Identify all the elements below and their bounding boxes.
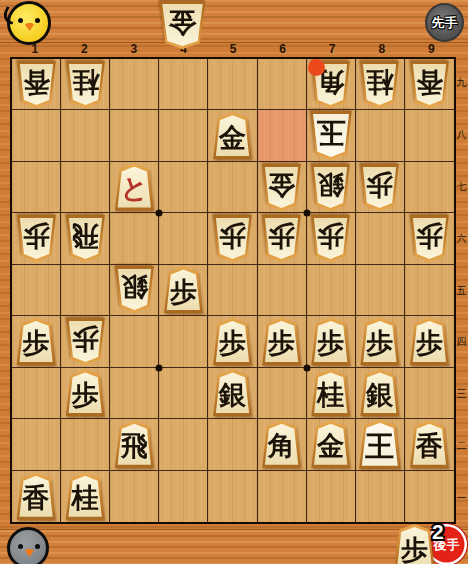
piece-glyph: と	[120, 176, 148, 203]
piece-glyph: 玉	[316, 119, 345, 148]
piece-glyph: 歩	[23, 330, 50, 357]
square-4三[interactable]	[159, 368, 208, 419]
rank-label: 二	[455, 420, 468, 472]
square-9七[interactable]	[405, 162, 454, 213]
piece-glyph: 歩	[219, 223, 246, 250]
sente-badge: 先手	[425, 3, 464, 42]
chick-beak-icon	[25, 549, 34, 557]
square-1九[interactable]: 香	[12, 59, 61, 110]
square-5九[interactable]	[208, 59, 257, 110]
gote-piece-銀[interactable]: 銀	[211, 369, 254, 416]
square-2八[interactable]	[61, 110, 110, 161]
gote-piece-歩[interactable]: 歩	[358, 318, 401, 365]
square-3七[interactable]: と	[110, 162, 159, 213]
square-2四[interactable]: 歩	[61, 316, 110, 367]
star-point	[156, 210, 163, 217]
rank-label: 七	[455, 161, 468, 213]
last-move-dot	[308, 59, 325, 76]
chick-eye-icon	[35, 544, 40, 549]
piece-glyph: 歩	[366, 171, 393, 198]
piece-glyph: 香	[416, 68, 443, 95]
piece-glyph: 桂	[317, 382, 344, 409]
square-8九[interactable]: 桂	[356, 59, 405, 110]
piece-glyph: 歩	[72, 325, 99, 352]
sente-piece-桂[interactable]: 桂	[64, 61, 107, 108]
square-6五[interactable]	[258, 265, 307, 316]
rank-label: 五	[455, 265, 468, 317]
piece-glyph: 角	[268, 433, 295, 460]
square-8二[interactable]: 王	[356, 419, 405, 470]
gote-piece-と[interactable]: と	[113, 164, 156, 211]
square-8三[interactable]: 銀	[356, 368, 405, 419]
square-6一[interactable]	[258, 471, 307, 522]
rank-label: 九	[455, 57, 468, 109]
square-5五[interactable]	[208, 265, 257, 316]
square-3四[interactable]	[110, 316, 159, 367]
board: 香桂角桂香金玉と金銀歩歩飛歩歩歩歩銀歩歩歩歩歩歩歩歩歩銀桂銀飛角金王香香桂	[10, 57, 456, 524]
gote-piece-歩[interactable]: 歩	[15, 318, 58, 365]
square-9二[interactable]: 香	[405, 419, 454, 470]
piece-glyph: 歩	[170, 279, 197, 306]
sente-piece-玉[interactable]: 玉	[308, 111, 354, 160]
sente-piece-歩[interactable]: 歩	[309, 215, 352, 262]
square-4七[interactable]	[159, 162, 208, 213]
square-9九[interactable]: 香	[405, 59, 454, 110]
square-2二[interactable]	[61, 419, 110, 470]
sente-piece-金[interactable]: 金	[260, 164, 303, 211]
piece-glyph: 王	[365, 432, 394, 461]
square-6三[interactable]	[258, 368, 307, 419]
file-label: 9	[407, 42, 457, 57]
square-8一[interactable]	[356, 471, 405, 522]
piece-glyph: 銀	[366, 382, 393, 409]
chick-eye-icon	[35, 18, 40, 23]
square-4六[interactable]	[159, 213, 208, 264]
gote-piece-歩[interactable]: 歩	[64, 369, 107, 416]
square-7三[interactable]: 桂	[307, 368, 356, 419]
piece-glyph: 桂	[366, 68, 393, 95]
gote-piece-歩[interactable]: 歩	[309, 318, 352, 365]
chick-eye-icon	[18, 18, 23, 23]
square-5六[interactable]: 歩	[208, 213, 257, 264]
file-label: 7	[307, 42, 357, 57]
star-point	[156, 364, 163, 371]
file-label: 1	[10, 42, 60, 57]
sente-piece-歩[interactable]: 歩	[358, 164, 401, 211]
gote-piece-銀[interactable]: 銀	[358, 369, 401, 416]
square-4一[interactable]	[159, 471, 208, 522]
file-labels: 123456789	[10, 42, 456, 57]
piece-glyph: 桂	[72, 68, 99, 95]
square-4二[interactable]	[159, 419, 208, 470]
piece-glyph: 歩	[366, 330, 393, 357]
rank-label: 八	[455, 109, 468, 161]
square-2九[interactable]: 桂	[61, 59, 110, 110]
chick-tuft-icon	[0, 6, 18, 25]
piece-glyph: 銀	[121, 274, 148, 301]
sente-piece-銀[interactable]: 銀	[309, 164, 352, 211]
square-6八[interactable]	[258, 110, 307, 161]
sente-piece-桂[interactable]: 桂	[358, 61, 401, 108]
square-7七[interactable]: 銀	[307, 162, 356, 213]
piece-glyph: 歩	[317, 330, 344, 357]
piece-glyph: 歩	[72, 382, 99, 409]
bottom-player-avatar	[7, 527, 49, 564]
piece-glyph: 香	[23, 68, 50, 95]
square-7一[interactable]	[307, 471, 356, 522]
square-6四[interactable]: 歩	[258, 316, 307, 367]
sente-piece-歩[interactable]: 歩	[408, 215, 451, 262]
rank-label: 六	[455, 213, 468, 265]
square-5一[interactable]	[208, 471, 257, 522]
square-1七[interactable]	[12, 162, 61, 213]
square-6七[interactable]: 金	[258, 162, 307, 213]
square-6六[interactable]: 歩	[258, 213, 307, 264]
rank-label: 一	[455, 472, 468, 524]
sente-hand-piece-gold[interactable]: 金	[157, 1, 208, 49]
square-7二[interactable]: 金	[307, 419, 356, 470]
square-2三[interactable]: 歩	[61, 368, 110, 419]
piece-glyph: 香	[23, 485, 50, 512]
square-9五[interactable]	[405, 265, 454, 316]
file-label: 3	[109, 42, 159, 57]
piece-glyph: 飛	[72, 223, 99, 250]
gote-piece-金[interactable]: 金	[211, 112, 254, 159]
square-4八[interactable]	[159, 110, 208, 161]
rank-label: 四	[455, 316, 468, 368]
gote-piece-歩[interactable]: 歩	[260, 318, 303, 365]
square-7八[interactable]: 玉	[307, 110, 356, 161]
gote-hand-piece-pawn[interactable]: 歩	[392, 524, 437, 564]
gote-piece-歩[interactable]: 歩	[211, 318, 254, 365]
square-6九[interactable]	[258, 59, 307, 110]
piece-glyph: 金	[169, 9, 197, 37]
square-4四[interactable]	[159, 316, 208, 367]
square-5四[interactable]: 歩	[208, 316, 257, 367]
piece-glyph: 桂	[72, 485, 99, 512]
square-1八[interactable]	[12, 110, 61, 161]
rank-label: 三	[455, 368, 468, 420]
square-9八[interactable]	[405, 110, 454, 161]
square-5八[interactable]: 金	[208, 110, 257, 161]
square-6二[interactable]: 角	[258, 419, 307, 470]
square-8七[interactable]: 歩	[356, 162, 405, 213]
square-2一[interactable]: 桂	[61, 471, 110, 522]
square-3八[interactable]	[110, 110, 159, 161]
chick-eye-icon	[18, 544, 23, 549]
square-3一[interactable]	[110, 471, 159, 522]
gote-piece-香[interactable]: 香	[408, 421, 451, 468]
top-player-avatar	[7, 1, 51, 45]
square-8八[interactable]	[356, 110, 405, 161]
piece-glyph: 歩	[416, 223, 443, 250]
piece-glyph: 銀	[317, 171, 344, 198]
square-9四[interactable]: 歩	[405, 316, 454, 367]
square-3三[interactable]	[110, 368, 159, 419]
square-1五[interactable]	[12, 265, 61, 316]
chick-beak-icon	[25, 23, 34, 31]
gote-piece-桂[interactable]: 桂	[64, 473, 107, 520]
square-5二[interactable]	[208, 419, 257, 470]
piece-glyph: 歩	[416, 330, 443, 357]
sente-piece-銀[interactable]: 銀	[113, 266, 156, 313]
square-4九[interactable]	[159, 59, 208, 110]
square-3二[interactable]: 飛	[110, 419, 159, 470]
square-8六[interactable]	[356, 213, 405, 264]
square-9三[interactable]	[405, 368, 454, 419]
square-9一[interactable]	[405, 471, 454, 522]
square-3六[interactable]	[110, 213, 159, 264]
piece-glyph: 歩	[268, 330, 295, 357]
gote-piece-王[interactable]: 王	[357, 420, 403, 469]
square-7六[interactable]: 歩	[307, 213, 356, 264]
piece-glyph: 飛	[121, 433, 148, 460]
square-5七[interactable]	[208, 162, 257, 213]
piece-glyph: 歩	[317, 223, 344, 250]
piece-glyph: 歩	[268, 223, 295, 250]
sente-piece-歩[interactable]: 歩	[15, 215, 58, 262]
gote-hand-pawn-count: 2	[432, 520, 444, 544]
square-7四[interactable]: 歩	[307, 316, 356, 367]
piece-glyph: 金	[219, 125, 246, 152]
gote-piece-歩[interactable]: 歩	[408, 318, 451, 365]
square-8五[interactable]	[356, 265, 405, 316]
top-player-bar	[0, 0, 468, 43]
piece-glyph: 香	[416, 433, 443, 460]
piece-glyph: 金	[317, 433, 344, 460]
piece-glyph: 金	[268, 171, 295, 198]
file-label: 5	[208, 42, 258, 57]
gote-piece-金[interactable]: 金	[309, 421, 352, 468]
square-1一[interactable]: 香	[12, 471, 61, 522]
square-1六[interactable]: 歩	[12, 213, 61, 264]
gote-piece-香[interactable]: 香	[15, 473, 58, 520]
piece-glyph: 歩	[23, 223, 50, 250]
square-1三[interactable]	[12, 368, 61, 419]
gote-piece-飛[interactable]: 飛	[113, 421, 156, 468]
square-2六[interactable]: 飛	[61, 213, 110, 264]
piece-glyph: 銀	[219, 382, 246, 409]
piece-glyph: 歩	[401, 537, 428, 564]
sente-piece-歩[interactable]: 歩	[211, 215, 254, 262]
gote-piece-歩[interactable]: 歩	[162, 266, 205, 313]
gote-piece-桂[interactable]: 桂	[309, 369, 352, 416]
square-1二[interactable]	[12, 419, 61, 470]
file-label: 8	[357, 42, 407, 57]
square-4五[interactable]: 歩	[159, 265, 208, 316]
sente-piece-歩[interactable]: 歩	[260, 215, 303, 262]
square-9六[interactable]: 歩	[405, 213, 454, 264]
square-7九[interactable]: 角	[307, 59, 356, 110]
sente-piece-香[interactable]: 香	[408, 61, 451, 108]
square-2七[interactable]	[61, 162, 110, 213]
sente-piece-歩[interactable]: 歩	[64, 318, 107, 365]
square-3五[interactable]: 銀	[110, 265, 159, 316]
rank-labels: 九八七六五四三二一	[455, 57, 468, 524]
gote-piece-角[interactable]: 角	[260, 421, 303, 468]
sente-piece-香[interactable]: 香	[15, 61, 58, 108]
square-1四[interactable]: 歩	[12, 316, 61, 367]
square-5三[interactable]: 銀	[208, 368, 257, 419]
square-7五[interactable]	[307, 265, 356, 316]
square-3九[interactable]	[110, 59, 159, 110]
sente-piece-飛[interactable]: 飛	[64, 215, 107, 262]
square-2五[interactable]	[61, 265, 110, 316]
file-label: 6	[258, 42, 308, 57]
piece-glyph: 歩	[219, 330, 246, 357]
file-label: 2	[60, 42, 110, 57]
square-8四[interactable]: 歩	[356, 316, 405, 367]
